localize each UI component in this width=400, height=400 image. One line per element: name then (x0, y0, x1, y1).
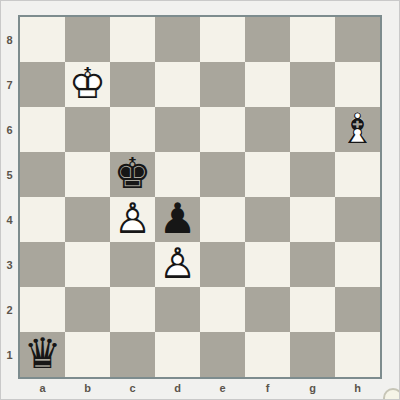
file-labels: abcdefgh (20, 379, 380, 397)
rank-label-4: 4 (1, 197, 18, 242)
square-h3 (335, 242, 380, 287)
square-a1: ♛ (20, 332, 65, 377)
square-g4 (290, 197, 335, 242)
square-d8 (155, 17, 200, 62)
file-label-e: e (200, 379, 245, 397)
square-a2 (20, 287, 65, 332)
square-e6 (200, 107, 245, 152)
square-c2 (110, 287, 155, 332)
square-d5 (155, 152, 200, 197)
square-a4 (20, 197, 65, 242)
black-king-piece: ♚ (110, 152, 155, 197)
chess-diagram-page: 87654321 ♚♔♝♗♚♟♙♟♟♙♛ abcdefgh (0, 0, 400, 400)
square-b8 (65, 17, 110, 62)
square-g7 (290, 62, 335, 107)
square-a8 (20, 17, 65, 62)
file-label-d: d (155, 379, 200, 397)
square-e3 (200, 242, 245, 287)
square-c7 (110, 62, 155, 107)
square-f6 (245, 107, 290, 152)
square-a7 (20, 62, 65, 107)
square-g5 (290, 152, 335, 197)
rank-label-2: 2 (1, 287, 18, 332)
white-pawn-piece: ♟♙ (110, 197, 155, 242)
white-king-piece: ♚♔ (65, 62, 110, 107)
rank-label-5: 5 (1, 152, 18, 197)
square-g6 (290, 107, 335, 152)
square-b6 (65, 107, 110, 152)
square-f8 (245, 17, 290, 62)
square-b2 (65, 287, 110, 332)
square-f5 (245, 152, 290, 197)
square-h8 (335, 17, 380, 62)
square-d2 (155, 287, 200, 332)
square-d1 (155, 332, 200, 377)
rank-label-8: 8 (1, 17, 18, 62)
square-f3 (245, 242, 290, 287)
square-f7 (245, 62, 290, 107)
square-c8 (110, 17, 155, 62)
square-h4 (335, 197, 380, 242)
square-h5 (335, 152, 380, 197)
circle-logo-icon (383, 388, 400, 400)
square-d3: ♟♙ (155, 242, 200, 287)
square-g2 (290, 287, 335, 332)
white-bishop-piece: ♝♗ (335, 107, 380, 152)
square-e2 (200, 287, 245, 332)
square-e8 (200, 17, 245, 62)
square-h2 (335, 287, 380, 332)
square-g3 (290, 242, 335, 287)
square-h6: ♝♗ (335, 107, 380, 152)
file-label-c: c (110, 379, 155, 397)
square-h7 (335, 62, 380, 107)
square-e1 (200, 332, 245, 377)
file-label-f: f (245, 379, 290, 397)
square-e7 (200, 62, 245, 107)
square-b4 (65, 197, 110, 242)
square-a3 (20, 242, 65, 287)
file-label-a: a (20, 379, 65, 397)
rank-labels: 87654321 (1, 17, 18, 377)
rank-label-3: 3 (1, 242, 18, 287)
square-e5 (200, 152, 245, 197)
square-c4: ♟♙ (110, 197, 155, 242)
square-c5: ♚ (110, 152, 155, 197)
file-label-h: h (335, 379, 380, 397)
rank-label-6: 6 (1, 107, 18, 152)
square-a5 (20, 152, 65, 197)
square-d6 (155, 107, 200, 152)
square-c3 (110, 242, 155, 287)
square-h1 (335, 332, 380, 377)
square-b5 (65, 152, 110, 197)
white-pawn-piece: ♟♙ (155, 242, 200, 287)
rank-label-1: 1 (1, 332, 18, 377)
black-queen-piece: ♛ (20, 332, 65, 377)
square-g1 (290, 332, 335, 377)
square-e4 (200, 197, 245, 242)
square-d4: ♟ (155, 197, 200, 242)
black-pawn-piece: ♟ (155, 197, 200, 242)
square-g8 (290, 17, 335, 62)
square-f1 (245, 332, 290, 377)
square-b3 (65, 242, 110, 287)
square-f2 (245, 287, 290, 332)
square-d7 (155, 62, 200, 107)
square-b1 (65, 332, 110, 377)
square-b7: ♚♔ (65, 62, 110, 107)
file-label-g: g (290, 379, 335, 397)
square-f4 (245, 197, 290, 242)
square-c1 (110, 332, 155, 377)
chess-board: ♚♔♝♗♚♟♙♟♟♙♛ (18, 15, 382, 379)
square-a6 (20, 107, 65, 152)
square-c6 (110, 107, 155, 152)
file-label-b: b (65, 379, 110, 397)
rank-label-7: 7 (1, 62, 18, 107)
